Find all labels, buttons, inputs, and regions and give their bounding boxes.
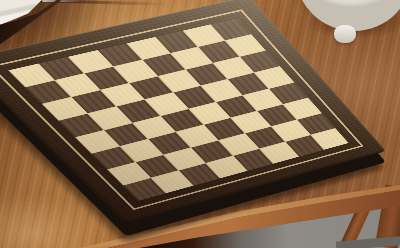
wall-trim-sliver [42, 0, 82, 2]
lamp-foot [334, 25, 356, 43]
scene [0, 0, 400, 248]
